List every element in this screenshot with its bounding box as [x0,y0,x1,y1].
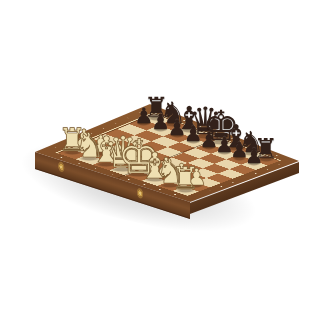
piece-shadow [209,140,234,145]
piece-shadow [218,150,231,155]
piece-shadow [63,150,82,155]
piece-shadow [233,156,246,161]
piece-shadow [175,178,189,183]
piece-shadow [79,156,99,161]
piece-shadow [187,139,200,144]
pieces-layer: ♜♞♝♛♚♝♞♜♟♟♟♟♟♟♟♟♟♟♟♟♟♟♟♟♜♞♝♛♚♝♞♜ [0,0,320,320]
piece-shadow [111,157,125,162]
piece-shadow [258,157,274,162]
piece-shadow [148,116,165,121]
piece-shadow [164,122,182,127]
piece-shadow [248,161,260,166]
piece-shadow [110,167,136,172]
piece-shadow [96,162,118,167]
piece-shadow [171,133,184,138]
piece-shadow [194,134,217,139]
piece-shadow [154,127,167,132]
piece-shadow [144,177,166,182]
piece-shadow [190,183,204,188]
piece-shadow [160,183,180,188]
piece-shadow [242,151,260,156]
piece-shadow [176,188,195,193]
product-photo: ♜♞♝♛♚♝♞♜♟♟♟♟♟♟♟♟♟♟♟♟♟♟♟♟♜♞♝♛♚♝♞♜ [0,0,320,320]
piece-shadow [137,121,150,126]
piece-shadow [203,145,216,150]
piece-shadow [94,151,108,156]
piece-shadow [180,128,199,133]
